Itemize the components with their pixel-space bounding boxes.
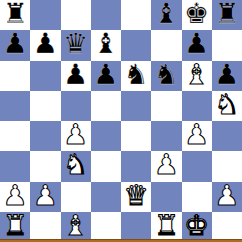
black-pawn-piece: ♟ bbox=[184, 30, 209, 59]
square-g3[interactable] bbox=[182, 151, 212, 181]
square-e2[interactable]: ♛ bbox=[121, 182, 151, 212]
square-c1[interactable]: ♝ bbox=[61, 212, 91, 242]
square-d1[interactable] bbox=[91, 212, 121, 242]
white-pawn-piece: ♟ bbox=[184, 121, 209, 150]
black-king-piece: ♚ bbox=[184, 0, 209, 29]
square-a8[interactable]: ♜ bbox=[0, 0, 30, 30]
square-b7[interactable]: ♟ bbox=[30, 30, 60, 60]
square-d3[interactable] bbox=[91, 151, 121, 181]
square-g2[interactable] bbox=[182, 182, 212, 212]
square-d2[interactable] bbox=[91, 182, 121, 212]
square-a5[interactable] bbox=[0, 91, 30, 121]
square-g5[interactable] bbox=[182, 91, 212, 121]
square-b4[interactable] bbox=[30, 121, 60, 151]
square-b8[interactable] bbox=[30, 0, 60, 30]
square-g7[interactable]: ♟ bbox=[182, 30, 212, 60]
black-pawn-piece: ♟ bbox=[33, 30, 58, 59]
square-h5[interactable]: ♞ bbox=[212, 91, 242, 121]
square-a3[interactable] bbox=[0, 151, 30, 181]
white-pawn-piece: ♟ bbox=[3, 182, 28, 211]
black-rook-piece: ♜ bbox=[3, 0, 28, 29]
black-bishop-piece: ♝ bbox=[93, 30, 118, 59]
square-g8[interactable]: ♚ bbox=[182, 0, 212, 30]
square-e8[interactable] bbox=[121, 0, 151, 30]
square-h3[interactable] bbox=[212, 151, 242, 181]
white-bishop-piece: ♝ bbox=[63, 212, 88, 241]
white-rook-piece: ♜ bbox=[154, 212, 179, 241]
square-h2[interactable]: ♟ bbox=[212, 182, 242, 212]
white-pawn-piece: ♟ bbox=[154, 151, 179, 180]
black-queen-piece: ♛ bbox=[63, 30, 88, 59]
black-pawn-piece: ♟ bbox=[63, 61, 88, 90]
square-c7[interactable]: ♛ bbox=[61, 30, 91, 60]
square-c5[interactable] bbox=[61, 91, 91, 121]
square-b1[interactable] bbox=[30, 212, 60, 242]
white-pawn-piece: ♟ bbox=[63, 121, 88, 150]
square-e1[interactable] bbox=[121, 212, 151, 242]
white-pawn-piece: ♟ bbox=[33, 182, 58, 211]
white-king-piece: ♚ bbox=[184, 212, 209, 241]
square-e5[interactable] bbox=[121, 91, 151, 121]
square-f4[interactable] bbox=[151, 121, 181, 151]
square-g4[interactable]: ♟ bbox=[182, 121, 212, 151]
square-g6[interactable]: ♝ bbox=[182, 61, 212, 91]
square-c2[interactable] bbox=[61, 182, 91, 212]
square-h1[interactable] bbox=[212, 212, 242, 242]
square-f5[interactable] bbox=[151, 91, 181, 121]
white-queen-piece: ♛ bbox=[124, 182, 149, 211]
square-h8[interactable]: ♜ bbox=[212, 0, 242, 30]
square-d5[interactable] bbox=[91, 91, 121, 121]
square-a7[interactable]: ♟ bbox=[0, 30, 30, 60]
square-g1[interactable]: ♚ bbox=[182, 212, 212, 242]
square-d6[interactable]: ♟ bbox=[91, 61, 121, 91]
black-pawn-piece: ♟ bbox=[93, 61, 118, 90]
square-h7[interactable] bbox=[212, 30, 242, 60]
square-c3[interactable]: ♞ bbox=[61, 151, 91, 181]
square-c4[interactable]: ♟ bbox=[61, 121, 91, 151]
square-h4[interactable] bbox=[212, 121, 242, 151]
square-a4[interactable] bbox=[0, 121, 30, 151]
square-e3[interactable] bbox=[121, 151, 151, 181]
white-knight-piece: ♞ bbox=[63, 151, 88, 180]
square-e4[interactable] bbox=[121, 121, 151, 151]
square-f3[interactable]: ♟ bbox=[151, 151, 181, 181]
square-e6[interactable]: ♞ bbox=[121, 61, 151, 91]
black-knight-piece: ♞ bbox=[124, 61, 149, 90]
square-b2[interactable]: ♟ bbox=[30, 182, 60, 212]
white-knight-piece: ♞ bbox=[214, 91, 239, 120]
chess-board-area: ♜♝♚♜♟♟♛♝♟♟♟♞♞♝♟♞♟♟♞♟♟♟♛♟♜♝♜♚ bbox=[0, 0, 242, 242]
white-bishop-piece: ♝ bbox=[184, 61, 209, 90]
square-f7[interactable] bbox=[151, 30, 181, 60]
black-pawn-piece: ♟ bbox=[214, 61, 239, 90]
square-d8[interactable] bbox=[91, 0, 121, 30]
square-c8[interactable] bbox=[61, 0, 91, 30]
square-d7[interactable]: ♝ bbox=[91, 30, 121, 60]
chess-board: ♜♝♚♜♟♟♛♝♟♟♟♞♞♝♟♞♟♟♞♟♟♟♛♟♜♝♜♚ bbox=[0, 0, 242, 242]
square-f6[interactable]: ♞ bbox=[151, 61, 181, 91]
square-f2[interactable] bbox=[151, 182, 181, 212]
square-f8[interactable]: ♝ bbox=[151, 0, 181, 30]
square-d4[interactable] bbox=[91, 121, 121, 151]
square-c6[interactable]: ♟ bbox=[61, 61, 91, 91]
square-b3[interactable] bbox=[30, 151, 60, 181]
square-b5[interactable] bbox=[30, 91, 60, 121]
white-rook-piece: ♜ bbox=[3, 212, 28, 241]
square-a2[interactable]: ♟ bbox=[0, 182, 30, 212]
square-f1[interactable]: ♜ bbox=[151, 212, 181, 242]
square-e7[interactable] bbox=[121, 30, 151, 60]
black-pawn-piece: ♟ bbox=[3, 30, 28, 59]
square-h6[interactable]: ♟ bbox=[212, 61, 242, 91]
black-bishop-piece: ♝ bbox=[154, 0, 179, 29]
square-a6[interactable] bbox=[0, 61, 30, 91]
black-rook-piece: ♜ bbox=[214, 0, 239, 29]
white-pawn-piece: ♟ bbox=[214, 182, 239, 211]
square-b6[interactable] bbox=[30, 61, 60, 91]
black-knight-piece: ♞ bbox=[154, 61, 179, 90]
square-a1[interactable]: ♜ bbox=[0, 212, 30, 242]
